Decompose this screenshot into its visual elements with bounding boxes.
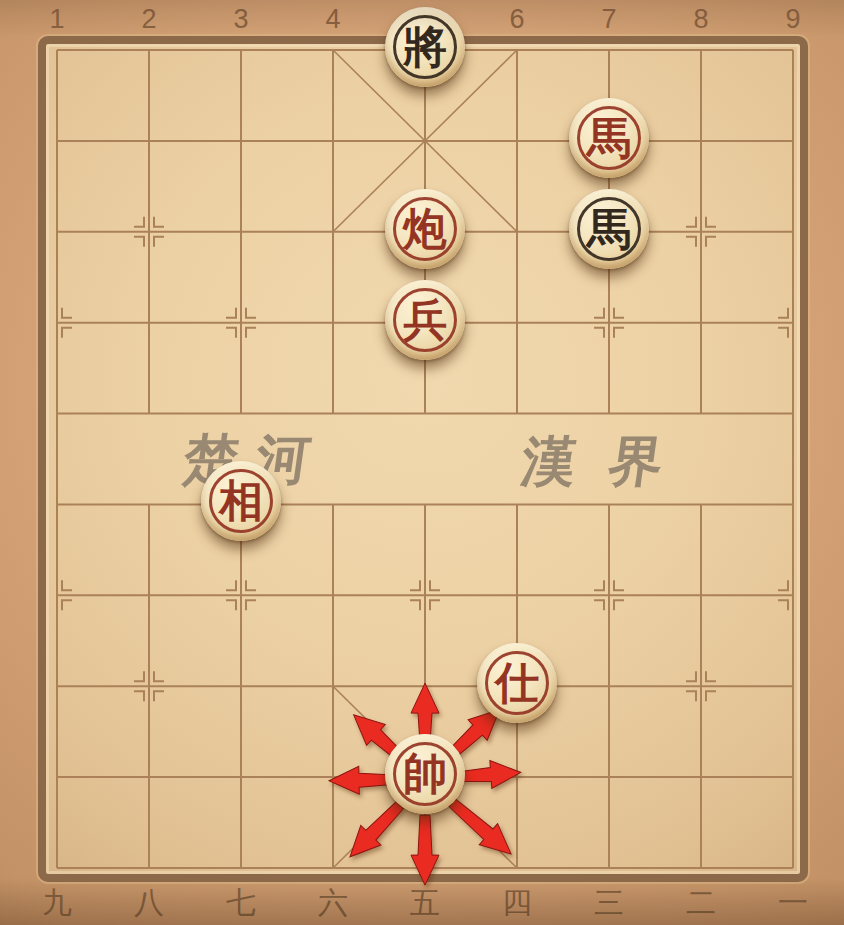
piece-red-general[interactable]: 帥	[385, 734, 465, 814]
piece-character: 仕	[477, 643, 557, 723]
piece-black-general[interactable]: 將	[385, 7, 465, 87]
piece-character: 相	[201, 461, 281, 541]
piece-character: 炮	[385, 189, 465, 269]
move-arrow-w	[329, 766, 389, 795]
piece-character: 馬	[569, 98, 649, 178]
piece-character: 帥	[385, 734, 465, 814]
piece-red-horse[interactable]: 馬	[569, 98, 649, 178]
piece-character: 兵	[385, 280, 465, 360]
move-arrow-e	[460, 758, 522, 790]
piece-character: 將	[385, 7, 465, 87]
piece-character: 馬	[569, 189, 649, 269]
piece-red-advisor[interactable]: 仕	[477, 643, 557, 723]
move-arrow-s	[411, 815, 439, 885]
piece-red-elephant[interactable]: 相	[201, 461, 281, 541]
piece-red-cannon[interactable]: 炮	[385, 189, 465, 269]
piece-red-soldier[interactable]: 兵	[385, 280, 465, 360]
xiangqi-board: 123456789 九八七六五四三二一 楚河 漢界 將馬炮馬兵相仕帥	[0, 0, 844, 925]
piece-black-horse[interactable]: 馬	[569, 189, 649, 269]
